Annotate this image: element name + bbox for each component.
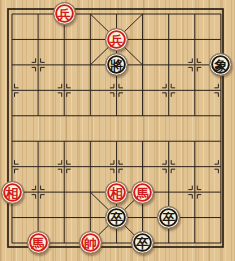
board-point: 將 bbox=[103, 52, 129, 77]
piece-glyph: 將 bbox=[110, 59, 123, 72]
piece-red-general[interactable]: 帥 bbox=[79, 231, 102, 254]
board-point: 相 bbox=[103, 179, 129, 204]
piece-glyph: 兵 bbox=[110, 33, 123, 46]
pieces-layer: 兵兵將象相相馬卒卒馬帥卒 bbox=[0, 1, 234, 255]
piece-glyph: 帥 bbox=[84, 237, 97, 250]
piece-glyph: 象 bbox=[214, 59, 227, 72]
piece-black-soldier[interactable]: 卒 bbox=[157, 206, 180, 229]
board-point: 卒 bbox=[156, 205, 182, 230]
board-point: 卒 bbox=[103, 205, 129, 230]
piece-red-horse[interactable]: 馬 bbox=[27, 231, 50, 254]
piece-black-elephant[interactable]: 象 bbox=[209, 53, 232, 76]
piece-glyph: 卒 bbox=[162, 211, 175, 224]
piece-glyph: 相 bbox=[6, 186, 19, 199]
board-point: 兵 bbox=[103, 27, 129, 52]
piece-glyph: 卒 bbox=[136, 237, 149, 250]
board-point: 相 bbox=[0, 179, 25, 204]
piece-black-soldier[interactable]: 卒 bbox=[131, 231, 154, 254]
piece-red-soldier[interactable]: 兵 bbox=[53, 2, 76, 25]
piece-glyph: 馬 bbox=[32, 237, 45, 250]
piece-red-elephant[interactable]: 相 bbox=[1, 181, 24, 204]
board-point: 馬 bbox=[130, 179, 156, 204]
piece-glyph: 馬 bbox=[136, 186, 149, 199]
piece-red-soldier[interactable]: 兵 bbox=[105, 28, 128, 51]
board-point: 象 bbox=[208, 52, 234, 77]
piece-glyph: 相 bbox=[110, 186, 123, 199]
piece-glyph: 卒 bbox=[110, 211, 123, 224]
piece-red-horse[interactable]: 馬 bbox=[131, 181, 154, 204]
board-point: 帥 bbox=[77, 230, 103, 255]
board-point: 卒 bbox=[130, 230, 156, 255]
board-point: 兵 bbox=[51, 1, 77, 26]
piece-black-general[interactable]: 將 bbox=[105, 53, 128, 76]
piece-red-elephant[interactable]: 相 bbox=[105, 181, 128, 204]
piece-black-soldier[interactable]: 卒 bbox=[105, 206, 128, 229]
board-point: 馬 bbox=[25, 230, 51, 255]
xiangqi-board: 兵兵將象相相馬卒卒馬帥卒 bbox=[0, 0, 235, 261]
piece-glyph: 兵 bbox=[58, 8, 71, 21]
